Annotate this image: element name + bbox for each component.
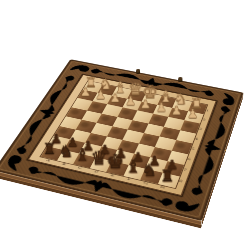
- rank-label: 6: [184, 154, 194, 163]
- white-knight: ♞: [99, 78, 112, 93]
- product-photo-canvas: ♜♞♝♛♚♝♞♜♟♟♟♟♟♟♟♟♟♟♟♟♟♟♟♟♜♞♝♛♚♝♞♜ ABCDEFG…: [0, 0, 250, 250]
- rank-label: 3: [196, 124, 205, 133]
- white-knight: ♞: [174, 93, 187, 108]
- white-rook: ♜: [190, 97, 203, 111]
- rank-label: 1: [203, 106, 212, 114]
- white-bishop: ♝: [159, 89, 173, 104]
- hinge-left-icon: [136, 69, 141, 74]
- chess-board: ♜♞♝♛♚♝♞♜♟♟♟♟♟♟♟♟♟♟♟♟♟♟♟♟♜♞♝♛♚♝♞♜ ABCDEFG…: [0, 59, 243, 221]
- rank-label: 2: [200, 115, 209, 123]
- square-g3: [164, 117, 184, 130]
- white-bishop: ♝: [114, 80, 128, 95]
- hinge-right-icon: [178, 77, 183, 83]
- square-d4: [112, 117, 133, 130]
- white-rook: ♜: [85, 76, 97, 90]
- latch-pin-icon: [225, 149, 226, 153]
- photo-scene: ♜♞♝♛♚♝♞♜♟♟♟♟♟♟♟♟♟♟♟♟♟♟♟♟♜♞♝♛♚♝♞♜ ABCDEFG…: [0, 0, 250, 250]
- file-label: A: [41, 157, 55, 164]
